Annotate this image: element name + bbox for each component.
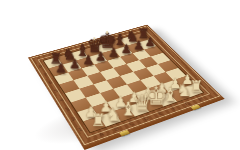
white-rook: ♜ xyxy=(78,112,118,129)
pale-finial-icon xyxy=(94,37,96,40)
pale-finial-icon xyxy=(106,31,108,34)
chess-set-photo: ♜♞♝♛♚♝♞♜♟♟♟♟♟♟♟♟♟♟♟♟♟♟♟♟♜♞♝♛♚♝♞♜ ABCDEFG… xyxy=(0,0,240,150)
